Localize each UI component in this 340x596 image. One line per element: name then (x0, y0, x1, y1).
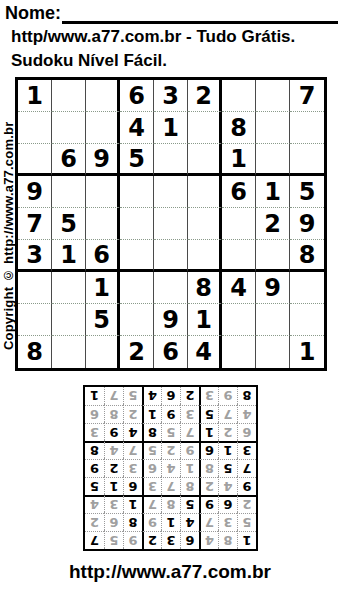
sudoku-cell-r5c1[interactable]: 7 (18, 208, 52, 240)
solution-cell-r1c5: 3 (161, 531, 180, 549)
sudoku-cell-r8c5[interactable]: 9 (154, 304, 188, 336)
sudoku-cell-r7c5[interactable] (154, 272, 188, 304)
sudoku-cell-r7c9[interactable] (290, 272, 324, 304)
sudoku-cell-r2c5[interactable]: 1 (154, 112, 188, 144)
sudoku-cell-r2c9[interactable] (290, 112, 324, 144)
sudoku-cell-r7c6[interactable]: 8 (188, 272, 222, 304)
sudoku-cell-r5c9[interactable]: 9 (290, 208, 324, 240)
solution-cell-r5c7: 3 (123, 459, 142, 477)
sudoku-cell-r4c5[interactable] (154, 176, 188, 208)
solution-cell-r2c9: 2 (85, 513, 104, 531)
sudoku-cell-r4c2[interactable] (52, 176, 86, 208)
solution-cell-r8c8: 8 (104, 405, 123, 423)
footer-url: http://www.a77.com.br (0, 561, 340, 583)
sudoku-cell-r3c2[interactable]: 6 (52, 144, 86, 176)
solution-cell-r4c7: 6 (123, 477, 142, 495)
sudoku-cell-r5c4[interactable] (120, 208, 154, 240)
sudoku-cell-r5c5[interactable] (154, 208, 188, 240)
sudoku-cell-r1c4[interactable]: 6 (120, 80, 154, 112)
sudoku-cell-r8c6[interactable]: 1 (188, 304, 222, 336)
sudoku-cell-r1c7[interactable] (222, 80, 256, 112)
solution-cell-r1c4: 6 (180, 531, 199, 549)
solution-cell-r2c5: 1 (161, 513, 180, 531)
solution-cell-r9c5: 6 (161, 387, 180, 405)
solution-cell-r2c3: 7 (199, 513, 218, 531)
name-label: Nome: (5, 3, 61, 24)
puzzle-title: Sudoku Nível Fácil. (11, 51, 167, 71)
solution-cell-r8c1: 4 (237, 405, 256, 423)
sudoku-cell-r9c8[interactable] (256, 336, 290, 368)
sudoku-cell-r5c8[interactable]: 2 (256, 208, 290, 240)
solution-cell-r1c8: 5 (104, 531, 123, 549)
solution-cell-r2c2: 3 (218, 513, 237, 531)
sudoku-cell-r6c3[interactable]: 6 (86, 240, 120, 272)
sudoku-cell-r9c4[interactable]: 2 (120, 336, 154, 368)
solution-cell-r6c4: 9 (180, 441, 199, 459)
solution-cell-r8c5: 9 (161, 405, 180, 423)
sudoku-cell-r6c1[interactable]: 3 (18, 240, 52, 272)
solution-cell-r8c9: 6 (85, 405, 104, 423)
sudoku-cell-r9c9[interactable]: 1 (290, 336, 324, 368)
site-tagline: http/www.a77.com.br - Tudo Grátis. (11, 27, 295, 47)
sudoku-cell-r6c4[interactable] (120, 240, 154, 272)
sudoku-cell-r5c2[interactable]: 5 (52, 208, 86, 240)
solution-cell-r3c8: 3 (104, 495, 123, 513)
sudoku-cell-r6c2[interactable]: 1 (52, 240, 86, 272)
sudoku-board: 163274186951961575293168184959182641 (15, 77, 327, 371)
solution-cell-r6c8: 4 (104, 441, 123, 459)
sudoku-cell-r2c7[interactable]: 8 (222, 112, 256, 144)
solution-board-wrap: 1846329575374198622695871349428736157581… (83, 385, 258, 551)
sudoku-cell-r3c3[interactable]: 9 (86, 144, 120, 176)
sudoku-cell-r7c4[interactable] (120, 272, 154, 304)
sudoku-cell-r5c3[interactable] (86, 208, 120, 240)
sudoku-cell-r1c5[interactable]: 3 (154, 80, 188, 112)
solution-cell-r3c3: 9 (199, 495, 218, 513)
solution-cell-r7c3: 1 (199, 423, 218, 441)
sudoku-cell-r1c2[interactable] (52, 80, 86, 112)
sudoku-cell-r9c7[interactable] (222, 336, 256, 368)
solution-cell-r4c4: 8 (180, 477, 199, 495)
sudoku-cell-r4c3[interactable] (86, 176, 120, 208)
solution-cell-r9c3: 3 (199, 387, 218, 405)
sudoku-cell-r6c5[interactable] (154, 240, 188, 272)
sudoku-cell-r1c9[interactable]: 7 (290, 80, 324, 112)
solution-cell-r5c4: 1 (180, 459, 199, 477)
sudoku-cell-r3c9[interactable] (290, 144, 324, 176)
solution-cell-r8c2: 7 (218, 405, 237, 423)
solution-cell-r3c6: 7 (142, 495, 161, 513)
sudoku-cell-r7c7[interactable]: 4 (222, 272, 256, 304)
solution-cell-r7c7: 4 (123, 423, 142, 441)
solution-cell-r9c9: 1 (85, 387, 104, 405)
solution-cell-r1c7: 9 (123, 531, 142, 549)
sudoku-cell-r8c3[interactable]: 5 (86, 304, 120, 336)
solution-cell-r4c6: 3 (142, 477, 161, 495)
sudoku-cell-r7c1[interactable] (18, 272, 52, 304)
sudoku-cell-r7c8[interactable]: 9 (256, 272, 290, 304)
sudoku-cell-r4c1[interactable]: 9 (18, 176, 52, 208)
sudoku-cell-r9c6[interactable]: 4 (188, 336, 222, 368)
sudoku-print-page: Nome: http/www.a77.com.br - Tudo Grátis.… (0, 0, 340, 596)
solution-cell-r8c7: 2 (123, 405, 142, 423)
solution-cell-r1c9: 7 (85, 531, 104, 549)
sudoku-cell-r6c6[interactable] (188, 240, 222, 272)
sudoku-cell-r3c6[interactable] (188, 144, 222, 176)
solution-cell-r4c9: 5 (85, 477, 104, 495)
solution-cell-r6c9: 8 (85, 441, 104, 459)
sudoku-cell-r6c8[interactable] (256, 240, 290, 272)
solution-cell-r7c5: 5 (161, 423, 180, 441)
sudoku-cell-r2c4[interactable]: 4 (120, 112, 154, 144)
solution-cell-r4c3: 2 (199, 477, 218, 495)
sudoku-cell-r1c6[interactable]: 2 (188, 80, 222, 112)
sudoku-cell-r9c1[interactable]: 8 (18, 336, 52, 368)
solution-cell-r5c3: 8 (199, 459, 218, 477)
solution-cell-r9c1: 8 (237, 387, 256, 405)
solution-cell-r3c5: 8 (161, 495, 180, 513)
solution-cell-r9c4: 2 (180, 387, 199, 405)
sudoku-cell-r8c4[interactable] (120, 304, 154, 336)
sudoku-cell-r9c5[interactable]: 6 (154, 336, 188, 368)
solution-cell-r1c1: 1 (237, 531, 256, 549)
sudoku-cell-r3c7[interactable]: 1 (222, 144, 256, 176)
solution-cell-r5c9: 9 (85, 459, 104, 477)
solution-cell-r6c7: 7 (123, 441, 142, 459)
solution-cell-r2c8: 6 (104, 513, 123, 531)
sudoku-cell-r4c4[interactable] (120, 176, 154, 208)
solution-cell-r6c6: 5 (142, 441, 161, 459)
sudoku-cell-r2c6[interactable] (188, 112, 222, 144)
sudoku-cell-r6c9[interactable]: 8 (290, 240, 324, 272)
solution-cell-r6c3: 6 (199, 441, 218, 459)
solution-cell-r6c5: 2 (161, 441, 180, 459)
solution-cell-r8c4: 3 (180, 405, 199, 423)
solution-cell-r9c2: 9 (218, 387, 237, 405)
solution-cell-r3c9: 4 (85, 495, 104, 513)
solution-cell-r5c8: 2 (104, 459, 123, 477)
solution-cell-r6c1: 3 (237, 441, 256, 459)
solution-cell-r1c3: 4 (199, 531, 218, 549)
sudoku-cell-r8c8[interactable] (256, 304, 290, 336)
sudoku-cell-r7c3[interactable]: 1 (86, 272, 120, 304)
sudoku-cell-r5c7[interactable] (222, 208, 256, 240)
copyright-vertical-text: Copyright © http://www.a77.com.br (1, 80, 16, 392)
solution-cell-r9c7: 5 (123, 387, 142, 405)
solution-cell-r7c8: 9 (104, 423, 123, 441)
solution-cell-r2c7: 8 (123, 513, 142, 531)
solution-cell-r3c7: 1 (123, 495, 142, 513)
solution-cell-r8c3: 5 (199, 405, 218, 423)
solution-cell-r4c8: 1 (104, 477, 123, 495)
sudoku-cell-r2c8[interactable] (256, 112, 290, 144)
solution-cell-r1c6: 2 (142, 531, 161, 549)
sudoku-cell-r8c7[interactable] (222, 304, 256, 336)
sudoku-cell-r3c4[interactable]: 5 (120, 144, 154, 176)
sudoku-cell-r4c6[interactable] (188, 176, 222, 208)
solution-cell-r9c8: 7 (104, 387, 123, 405)
sudoku-cell-r8c1[interactable] (18, 304, 52, 336)
name-row: Nome: (5, 2, 338, 24)
solution-cell-r2c6: 9 (142, 513, 161, 531)
sudoku-cell-r1c8[interactable] (256, 80, 290, 112)
sudoku-cell-r7c2[interactable] (52, 272, 86, 304)
sudoku-cell-r2c1[interactable] (18, 112, 52, 144)
name-blank-line (62, 2, 338, 24)
sudoku-cell-r1c1[interactable]: 1 (18, 80, 52, 112)
solution-cell-r1c2: 8 (218, 531, 237, 549)
solution-cell-r5c5: 4 (161, 459, 180, 477)
solution-cell-r3c2: 6 (218, 495, 237, 513)
sudoku-cell-r4c7[interactable]: 6 (222, 176, 256, 208)
sudoku-cell-r5c6[interactable] (188, 208, 222, 240)
sudoku-cell-r4c9[interactable]: 5 (290, 176, 324, 208)
solution-cell-r7c4: 7 (180, 423, 199, 441)
sudoku-cell-r9c3[interactable] (86, 336, 120, 368)
sudoku-cell-r2c2[interactable] (52, 112, 86, 144)
solution-cell-r7c6: 8 (142, 423, 161, 441)
sudoku-cell-r3c1[interactable] (18, 144, 52, 176)
solution-cell-r7c2: 2 (218, 423, 237, 441)
solution-cell-r7c9: 3 (85, 423, 104, 441)
solution-cell-r2c4: 4 (180, 513, 199, 531)
solution-cell-r4c5: 7 (161, 477, 180, 495)
solution-cell-r3c4: 5 (180, 495, 199, 513)
solution-cell-r2c1: 5 (237, 513, 256, 531)
solution-cell-r7c1: 6 (237, 423, 256, 441)
solution-cell-r4c1: 9 (237, 477, 256, 495)
solution-board-rotated: 1846329575374198622695871349428736157581… (83, 385, 258, 551)
sudoku-cell-r2c3[interactable] (86, 112, 120, 144)
solution-cell-r4c2: 4 (218, 477, 237, 495)
sudoku-cell-r6c7[interactable] (222, 240, 256, 272)
sudoku-cell-r3c5[interactable] (154, 144, 188, 176)
solution-cell-r6c2: 1 (218, 441, 237, 459)
sudoku-cell-r1c3[interactable] (86, 80, 120, 112)
sudoku-cell-r9c2[interactable] (52, 336, 86, 368)
solution-cell-r9c6: 4 (142, 387, 161, 405)
solution-cell-r5c6: 6 (142, 459, 161, 477)
sudoku-cell-r8c2[interactable] (52, 304, 86, 336)
sudoku-cell-r3c8[interactable] (256, 144, 290, 176)
solution-cell-r8c6: 1 (142, 405, 161, 423)
sudoku-cell-r8c9[interactable] (290, 304, 324, 336)
sudoku-cell-r4c8[interactable]: 1 (256, 176, 290, 208)
solution-cell-r5c1: 7 (237, 459, 256, 477)
solution-cell-r5c2: 5 (218, 459, 237, 477)
solution-cell-r3c1: 2 (237, 495, 256, 513)
